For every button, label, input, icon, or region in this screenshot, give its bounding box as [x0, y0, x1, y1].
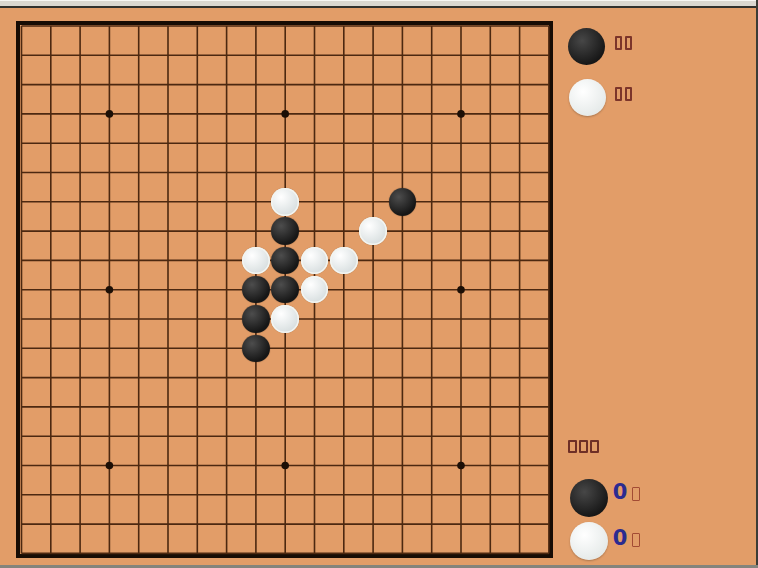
- player-black-stone-indicator: [568, 28, 605, 65]
- player-white-stone-indicator: [569, 79, 606, 116]
- missing-glyph-box: [615, 87, 622, 101]
- white-count: 0: [611, 529, 629, 548]
- missing-glyph-box: [625, 87, 632, 101]
- stats-title: [568, 440, 601, 453]
- stats-white-stone-icon: [570, 522, 608, 560]
- game-window: 0 0: [0, 0, 758, 568]
- missing-glyph-box: [625, 36, 632, 50]
- black-count-unit: [632, 487, 640, 501]
- black-count: 0: [611, 483, 629, 502]
- missing-glyph-box: [579, 440, 588, 453]
- window-top-border: [0, 6, 758, 8]
- missing-glyph-box: [568, 440, 577, 453]
- white-count-unit: [632, 533, 640, 547]
- missing-glyph-box: [615, 36, 622, 50]
- player-white-label: [615, 87, 635, 101]
- missing-glyph-box: [632, 533, 640, 547]
- stats-black-stone-icon: [570, 479, 608, 517]
- missing-glyph-box: [632, 487, 640, 501]
- player-black-label: [615, 36, 635, 50]
- board[interactable]: [16, 21, 553, 558]
- missing-glyph-box: [590, 440, 599, 453]
